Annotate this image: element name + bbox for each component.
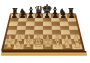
chess-board [1,13,85,51]
chess-set-photo: ♜♞♝♛♚♝♞♜♟♟♟♟♟♟♟♟♟♟♟♟♟♟♟♟♜♞♝♛♚♝♞♜ [0,0,90,63]
square-f1 [53,44,63,49]
board-side-edge [1,51,87,56]
board-frame [1,13,85,51]
board-grid [3,14,82,49]
square-e1 [43,44,53,49]
square-d1 [33,44,43,49]
square-c1 [23,44,33,49]
square-h1 [72,44,83,49]
